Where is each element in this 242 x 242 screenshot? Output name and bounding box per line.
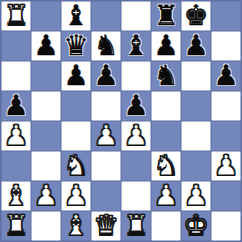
square-d5[interactable] xyxy=(91,91,121,121)
white-pawn[interactable]: ♟ xyxy=(31,181,61,211)
white-rook[interactable]: ♜ xyxy=(1,211,31,241)
square-b6[interactable] xyxy=(31,61,61,91)
black-queen[interactable]: ♛ xyxy=(61,31,91,61)
square-a7[interactable] xyxy=(1,31,31,61)
white-pawn[interactable]: ♟ xyxy=(211,151,241,181)
black-knight[interactable]: ♞ xyxy=(151,61,181,91)
square-d7[interactable]: ♞ xyxy=(91,31,121,61)
black-pawn[interactable]: ♟ xyxy=(31,31,61,61)
square-b3[interactable] xyxy=(31,151,61,181)
square-d2[interactable] xyxy=(91,181,121,211)
square-c8[interactable]: ♝ xyxy=(61,1,91,31)
square-h4[interactable] xyxy=(211,121,241,151)
white-pawn[interactable]: ♟ xyxy=(1,121,31,151)
white-king[interactable]: ♚ xyxy=(181,211,211,241)
square-b5[interactable] xyxy=(31,91,61,121)
white-rook[interactable]: ♜ xyxy=(1,1,31,31)
square-h8[interactable] xyxy=(211,1,241,31)
black-pawn[interactable]: ♟ xyxy=(211,61,241,91)
square-b7[interactable]: ♟ xyxy=(31,31,61,61)
white-pawn[interactable]: ♟ xyxy=(121,121,151,151)
square-e4[interactable]: ♟ xyxy=(121,121,151,151)
white-rook[interactable]: ♜ xyxy=(121,211,151,241)
black-king[interactable]: ♚ xyxy=(181,1,211,31)
chess-board: ♜♝♜♚♟♛♞♝♟♟♟♟♞♟♟♟♟♟♟♞♞♟♝♟♟♟♟♜♝♛♜♚ xyxy=(0,0,242,242)
square-h1[interactable] xyxy=(211,211,241,241)
white-knight[interactable]: ♞ xyxy=(151,151,181,181)
square-g3[interactable] xyxy=(181,151,211,181)
square-b8[interactable] xyxy=(31,1,61,31)
square-a8[interactable]: ♜ xyxy=(1,1,31,31)
square-e3[interactable] xyxy=(121,151,151,181)
black-pawn[interactable]: ♟ xyxy=(121,91,151,121)
black-bishop[interactable]: ♝ xyxy=(61,1,91,31)
square-g4[interactable] xyxy=(181,121,211,151)
white-knight[interactable]: ♞ xyxy=(61,151,91,181)
square-g6[interactable] xyxy=(181,61,211,91)
square-c5[interactable] xyxy=(61,91,91,121)
square-f8[interactable]: ♜ xyxy=(151,1,181,31)
white-pawn[interactable]: ♟ xyxy=(91,121,121,151)
square-c1[interactable]: ♝ xyxy=(61,211,91,241)
square-c6[interactable]: ♟ xyxy=(61,61,91,91)
square-f6[interactable]: ♞ xyxy=(151,61,181,91)
square-h5[interactable] xyxy=(211,91,241,121)
black-pawn[interactable]: ♟ xyxy=(61,61,91,91)
black-rook[interactable]: ♜ xyxy=(151,1,181,31)
square-a2[interactable]: ♝ xyxy=(1,181,31,211)
square-e8[interactable] xyxy=(121,1,151,31)
square-f1[interactable] xyxy=(151,211,181,241)
square-a6[interactable] xyxy=(1,61,31,91)
square-a3[interactable] xyxy=(1,151,31,181)
square-g2[interactable]: ♟ xyxy=(181,181,211,211)
square-e6[interactable] xyxy=(121,61,151,91)
square-a1[interactable]: ♜ xyxy=(1,211,31,241)
white-pawn[interactable]: ♟ xyxy=(61,181,91,211)
square-g7[interactable]: ♟ xyxy=(181,31,211,61)
black-knight[interactable]: ♞ xyxy=(91,31,121,61)
black-pawn[interactable]: ♟ xyxy=(181,31,211,61)
black-pawn[interactable]: ♟ xyxy=(151,31,181,61)
square-f4[interactable] xyxy=(151,121,181,151)
square-d8[interactable] xyxy=(91,1,121,31)
square-h7[interactable] xyxy=(211,31,241,61)
white-pawn[interactable]: ♟ xyxy=(151,181,181,211)
square-g5[interactable] xyxy=(181,91,211,121)
square-e2[interactable] xyxy=(121,181,151,211)
black-bishop[interactable]: ♝ xyxy=(121,31,151,61)
square-c3[interactable]: ♞ xyxy=(61,151,91,181)
square-b2[interactable]: ♟ xyxy=(31,181,61,211)
square-b1[interactable] xyxy=(31,211,61,241)
white-queen[interactable]: ♛ xyxy=(91,211,121,241)
square-f2[interactable]: ♟ xyxy=(151,181,181,211)
square-d6[interactable]: ♟ xyxy=(91,61,121,91)
black-pawn[interactable]: ♟ xyxy=(91,61,121,91)
square-g1[interactable]: ♚ xyxy=(181,211,211,241)
square-d1[interactable]: ♛ xyxy=(91,211,121,241)
white-bishop[interactable]: ♝ xyxy=(61,211,91,241)
square-a4[interactable]: ♟ xyxy=(1,121,31,151)
square-c7[interactable]: ♛ xyxy=(61,31,91,61)
square-f5[interactable] xyxy=(151,91,181,121)
square-c2[interactable]: ♟ xyxy=(61,181,91,211)
square-b4[interactable] xyxy=(31,121,61,151)
square-c4[interactable] xyxy=(61,121,91,151)
square-d3[interactable] xyxy=(91,151,121,181)
square-a5[interactable]: ♟ xyxy=(1,91,31,121)
square-e1[interactable]: ♜ xyxy=(121,211,151,241)
square-h6[interactable]: ♟ xyxy=(211,61,241,91)
white-bishop[interactable]: ♝ xyxy=(1,181,31,211)
square-e7[interactable]: ♝ xyxy=(121,31,151,61)
square-g8[interactable]: ♚ xyxy=(181,1,211,31)
square-f7[interactable]: ♟ xyxy=(151,31,181,61)
square-h3[interactable]: ♟ xyxy=(211,151,241,181)
white-pawn[interactable]: ♟ xyxy=(181,181,211,211)
square-f3[interactable]: ♞ xyxy=(151,151,181,181)
square-h2[interactable] xyxy=(211,181,241,211)
square-d4[interactable]: ♟ xyxy=(91,121,121,151)
square-e5[interactable]: ♟ xyxy=(121,91,151,121)
black-pawn[interactable]: ♟ xyxy=(1,91,31,121)
